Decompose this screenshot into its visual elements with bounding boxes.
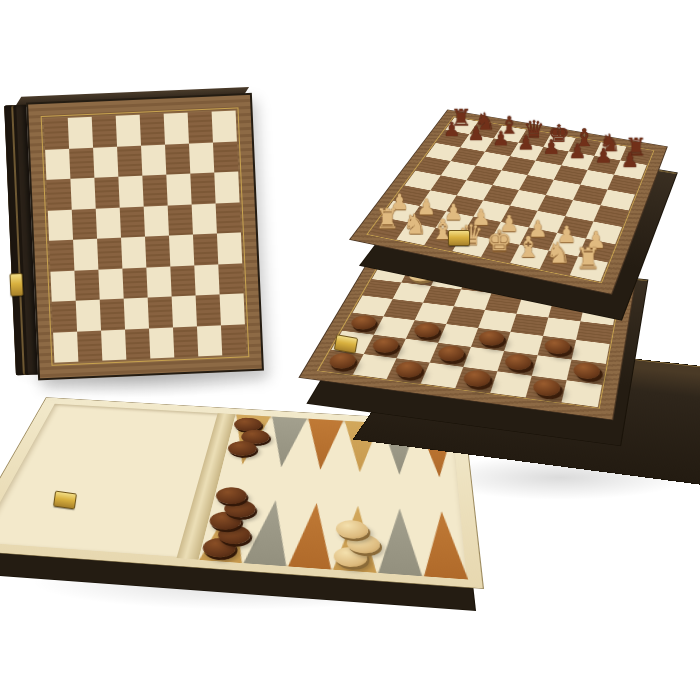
board-square xyxy=(68,117,93,149)
dark-backgammon-checker xyxy=(222,499,257,518)
board-square xyxy=(116,115,141,147)
board-square xyxy=(166,174,191,206)
board-square xyxy=(92,116,117,148)
board-square xyxy=(77,330,102,362)
closed-chessboard-case xyxy=(4,85,269,390)
board-square xyxy=(50,270,75,302)
board-square xyxy=(117,145,142,177)
board-square xyxy=(97,238,122,270)
board-square xyxy=(173,326,198,358)
board-square xyxy=(93,146,118,178)
backgammon-point-bottom-6 xyxy=(421,510,470,580)
board-square xyxy=(190,173,215,205)
chessboard-lid xyxy=(26,93,264,381)
board-square xyxy=(44,118,69,150)
board-square xyxy=(172,295,197,327)
board-square xyxy=(188,112,213,144)
light-backgammon-checker xyxy=(336,519,369,539)
board-square xyxy=(194,264,219,296)
board-square xyxy=(192,203,217,235)
board-square xyxy=(170,265,195,297)
board-square xyxy=(76,300,101,332)
board-square xyxy=(94,177,119,209)
dark-backgammon-checker xyxy=(226,440,258,456)
board-square xyxy=(212,111,237,143)
board-square xyxy=(101,329,126,361)
board-square xyxy=(100,299,125,331)
chess-set-case: ♜♞♝♛♚♝♞♜♟♟♟♟♟♟♟♟♟♟♟♟♟♟♟♟♜♞♝♛♚♝♞♜ xyxy=(330,28,700,328)
board-square xyxy=(72,208,97,240)
board-square xyxy=(145,236,170,268)
board-square xyxy=(140,114,165,146)
board-square xyxy=(189,142,214,174)
board-square xyxy=(168,204,193,236)
board-square xyxy=(216,202,241,234)
board-square xyxy=(213,141,238,173)
board-square xyxy=(165,143,190,175)
backgammon-point-bottom-5 xyxy=(377,507,423,576)
board-square xyxy=(49,240,74,272)
board-square xyxy=(148,297,173,329)
board-square xyxy=(52,301,77,333)
board-square xyxy=(214,171,239,203)
board-square xyxy=(169,235,194,267)
board-square xyxy=(46,179,71,211)
board-square xyxy=(53,331,78,363)
board-square xyxy=(122,267,147,299)
board-square xyxy=(45,148,70,180)
board-square xyxy=(196,294,221,326)
board-square xyxy=(144,205,169,237)
brass-clasp-icon xyxy=(9,273,23,297)
board-square xyxy=(146,266,171,298)
board-square xyxy=(48,209,73,241)
board-square xyxy=(164,113,189,145)
board-square xyxy=(217,232,242,264)
product-photo: ♜♞♝♛♚♝♞♜♟♟♟♟♟♟♟♟♟♟♟♟♟♟♟♟♜♞♝♛♚♝♞♜ xyxy=(0,0,700,700)
board-square xyxy=(218,263,243,295)
backgammon-point-bottom-3 xyxy=(287,502,337,570)
brass-clasp-icon xyxy=(448,230,470,246)
board-square xyxy=(142,175,167,207)
board-square xyxy=(74,269,99,301)
board-square xyxy=(73,239,98,271)
board-square xyxy=(70,178,95,210)
board-square xyxy=(141,144,166,176)
board-square xyxy=(69,147,94,179)
board-square xyxy=(120,206,145,238)
light-backgammon-checker xyxy=(333,546,368,568)
brass-clasp-icon xyxy=(53,491,77,510)
board-square xyxy=(121,237,146,269)
board-square xyxy=(125,328,150,360)
dark-backgammon-checker xyxy=(216,525,252,546)
chessboard-lid-grid xyxy=(44,111,246,363)
board-square xyxy=(98,268,123,300)
board-square xyxy=(221,324,246,356)
board-square xyxy=(197,325,222,357)
board-square xyxy=(124,298,149,330)
board-square xyxy=(118,176,143,208)
board-square xyxy=(220,293,245,325)
board-square xyxy=(96,207,121,239)
dark-backgammon-checker xyxy=(200,537,237,558)
board-square xyxy=(193,233,218,265)
board-square xyxy=(149,327,174,359)
board-square xyxy=(561,380,601,407)
